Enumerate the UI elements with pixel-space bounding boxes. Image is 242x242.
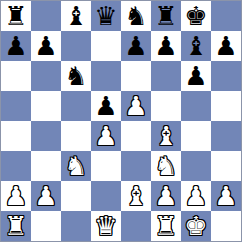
piece-black-rook: ♜ bbox=[4, 1, 27, 31]
piece-white-king: ♚ bbox=[184, 211, 207, 241]
square-d8[interactable]: ♛ bbox=[91, 1, 121, 31]
square-a1[interactable]: ♜ bbox=[1, 211, 31, 241]
square-g4[interactable] bbox=[181, 121, 211, 151]
square-c2[interactable] bbox=[61, 181, 91, 211]
square-c4[interactable] bbox=[61, 121, 91, 151]
square-d4[interactable]: ♟ bbox=[91, 121, 121, 151]
piece-white-pawn: ♟ bbox=[94, 121, 117, 151]
piece-black-pawn: ♟ bbox=[94, 91, 117, 121]
piece-white-queen: ♛ bbox=[94, 211, 117, 241]
piece-black-bishop: ♝ bbox=[64, 1, 87, 31]
piece-white-bishop: ♝ bbox=[154, 121, 177, 151]
square-g5[interactable] bbox=[181, 91, 211, 121]
square-c1[interactable] bbox=[61, 211, 91, 241]
piece-black-king: ♚ bbox=[184, 1, 207, 31]
square-f2[interactable]: ♟ bbox=[151, 181, 181, 211]
square-f7[interactable]: ♟ bbox=[151, 31, 181, 61]
square-b2[interactable]: ♟ bbox=[31, 181, 61, 211]
square-b5[interactable] bbox=[31, 91, 61, 121]
square-d6[interactable] bbox=[91, 61, 121, 91]
square-b6[interactable] bbox=[31, 61, 61, 91]
square-f3[interactable]: ♞ bbox=[151, 151, 181, 181]
piece-black-pawn: ♟ bbox=[214, 31, 237, 61]
square-h7[interactable]: ♟ bbox=[211, 31, 241, 61]
square-e6[interactable] bbox=[121, 61, 151, 91]
piece-white-pawn: ♟ bbox=[184, 181, 207, 211]
square-c3[interactable]: ♞ bbox=[61, 151, 91, 181]
square-g6[interactable]: ♟ bbox=[181, 61, 211, 91]
chess-board: ♜♝♛♞♜♚♟♟♟♟♝♟♞♟♟♟♟♝♞♞♟♟♝♟♟♟♜♛♜♚ bbox=[0, 0, 242, 242]
square-e1[interactable] bbox=[121, 211, 151, 241]
square-d7[interactable] bbox=[91, 31, 121, 61]
square-e7[interactable]: ♟ bbox=[121, 31, 151, 61]
piece-black-pawn: ♟ bbox=[4, 31, 27, 61]
square-h1[interactable] bbox=[211, 211, 241, 241]
square-h2[interactable]: ♟ bbox=[211, 181, 241, 211]
square-b3[interactable] bbox=[31, 151, 61, 181]
piece-black-pawn: ♟ bbox=[184, 61, 207, 91]
piece-black-knight: ♞ bbox=[124, 1, 147, 31]
square-d2[interactable] bbox=[91, 181, 121, 211]
piece-white-pawn: ♟ bbox=[4, 181, 27, 211]
square-a8[interactable]: ♜ bbox=[1, 1, 31, 31]
piece-black-knight: ♞ bbox=[64, 61, 87, 91]
square-e2[interactable]: ♝ bbox=[121, 181, 151, 211]
square-g1[interactable]: ♚ bbox=[181, 211, 211, 241]
square-b4[interactable] bbox=[31, 121, 61, 151]
piece-white-pawn: ♟ bbox=[214, 181, 237, 211]
square-h8[interactable] bbox=[211, 1, 241, 31]
square-e8[interactable]: ♞ bbox=[121, 1, 151, 31]
square-b1[interactable] bbox=[31, 211, 61, 241]
square-h6[interactable] bbox=[211, 61, 241, 91]
piece-white-knight: ♞ bbox=[64, 151, 87, 181]
square-d3[interactable] bbox=[91, 151, 121, 181]
piece-black-pawn: ♟ bbox=[34, 31, 57, 61]
piece-white-bishop: ♝ bbox=[124, 181, 147, 211]
square-f4[interactable]: ♝ bbox=[151, 121, 181, 151]
square-e4[interactable] bbox=[121, 121, 151, 151]
square-c7[interactable] bbox=[61, 31, 91, 61]
square-g3[interactable] bbox=[181, 151, 211, 181]
square-d5[interactable]: ♟ bbox=[91, 91, 121, 121]
square-h3[interactable] bbox=[211, 151, 241, 181]
square-a5[interactable] bbox=[1, 91, 31, 121]
square-c8[interactable]: ♝ bbox=[61, 1, 91, 31]
square-a7[interactable]: ♟ bbox=[1, 31, 31, 61]
square-f5[interactable] bbox=[151, 91, 181, 121]
piece-black-rook: ♜ bbox=[154, 1, 177, 31]
piece-black-pawn: ♟ bbox=[154, 31, 177, 61]
square-f6[interactable] bbox=[151, 61, 181, 91]
piece-black-bishop: ♝ bbox=[184, 31, 207, 61]
square-a6[interactable] bbox=[1, 61, 31, 91]
piece-white-pawn: ♟ bbox=[154, 181, 177, 211]
piece-white-rook: ♜ bbox=[4, 211, 27, 241]
square-a3[interactable] bbox=[1, 151, 31, 181]
square-f1[interactable]: ♜ bbox=[151, 211, 181, 241]
square-g8[interactable]: ♚ bbox=[181, 1, 211, 31]
square-h5[interactable] bbox=[211, 91, 241, 121]
piece-white-pawn: ♟ bbox=[34, 181, 57, 211]
square-f8[interactable]: ♜ bbox=[151, 1, 181, 31]
piece-black-pawn: ♟ bbox=[124, 31, 147, 61]
square-g7[interactable]: ♝ bbox=[181, 31, 211, 61]
square-e3[interactable] bbox=[121, 151, 151, 181]
piece-black-queen: ♛ bbox=[94, 1, 117, 31]
square-d1[interactable]: ♛ bbox=[91, 211, 121, 241]
square-b7[interactable]: ♟ bbox=[31, 31, 61, 61]
square-h4[interactable] bbox=[211, 121, 241, 151]
square-c5[interactable] bbox=[61, 91, 91, 121]
square-a4[interactable] bbox=[1, 121, 31, 151]
square-b8[interactable] bbox=[31, 1, 61, 31]
piece-white-knight: ♞ bbox=[154, 151, 177, 181]
square-a2[interactable]: ♟ bbox=[1, 181, 31, 211]
square-e5[interactable]: ♟ bbox=[121, 91, 151, 121]
piece-white-pawn: ♟ bbox=[124, 91, 147, 121]
square-c6[interactable]: ♞ bbox=[61, 61, 91, 91]
square-g2[interactable]: ♟ bbox=[181, 181, 211, 211]
piece-white-rook: ♜ bbox=[154, 211, 177, 241]
